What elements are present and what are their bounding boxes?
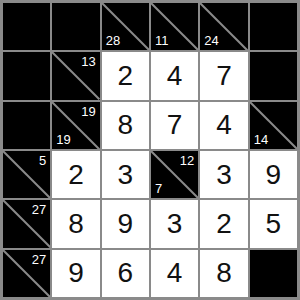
- across-clue: 27: [32, 203, 46, 216]
- clue-cell: 5: [3, 151, 50, 198]
- entry-cell[interactable]: 8: [102, 102, 149, 149]
- block-cell: [52, 3, 99, 50]
- entry-cell[interactable]: 3: [102, 151, 149, 198]
- block-cell: [250, 250, 297, 297]
- entry-cell[interactable]: 3: [151, 200, 198, 247]
- entry-cell[interactable]: 8: [52, 200, 99, 247]
- clue-cell: 127: [151, 151, 198, 198]
- entry-digit: 2: [118, 62, 134, 90]
- entry-digit: 3: [118, 161, 134, 189]
- down-clue: 24: [204, 34, 218, 47]
- block-cell: [3, 3, 50, 50]
- entry-cell[interactable]: 7: [200, 52, 247, 99]
- entry-digit: 8: [118, 111, 134, 139]
- down-clue: 7: [155, 182, 162, 195]
- down-clue: 19: [56, 133, 70, 146]
- entry-digit: 3: [216, 161, 232, 189]
- across-clue: 13: [81, 55, 95, 68]
- entry-cell[interactable]: 9: [52, 250, 99, 297]
- clue-cell: 27: [3, 200, 50, 247]
- entry-cell[interactable]: 6: [102, 250, 149, 297]
- entry-digit: 9: [118, 210, 134, 238]
- block-cell: [3, 102, 50, 149]
- entry-cell[interactable]: 8: [200, 250, 247, 297]
- entry-digit: 3: [167, 210, 183, 238]
- entry-cell[interactable]: 2: [52, 151, 99, 198]
- block-cell: [250, 52, 297, 99]
- block-cell: [3, 52, 50, 99]
- entry-cell[interactable]: 2: [200, 200, 247, 247]
- entry-digit: 8: [68, 210, 84, 238]
- entry-digit: 9: [68, 259, 84, 287]
- entry-cell[interactable]: 5: [250, 200, 297, 247]
- entry-cell[interactable]: 9: [250, 151, 297, 198]
- down-clue: 14: [254, 133, 268, 146]
- entry-cell[interactable]: 9: [102, 200, 149, 247]
- clue-cell: 13: [52, 52, 99, 99]
- entry-cell[interactable]: 4: [151, 250, 198, 297]
- entry-digit: 7: [216, 62, 232, 90]
- entry-digit: 5: [266, 210, 282, 238]
- entry-digit: 7: [167, 111, 183, 139]
- entry-digit: 2: [68, 161, 84, 189]
- down-clue: 28: [106, 34, 120, 47]
- entry-digit: 4: [167, 259, 183, 287]
- clue-cell: 27: [3, 250, 50, 297]
- entry-cell[interactable]: 4: [151, 52, 198, 99]
- entry-digit: 8: [216, 259, 232, 287]
- block-cell: [250, 3, 297, 50]
- clue-cell: 1919: [52, 102, 99, 149]
- entry-cell[interactable]: 7: [151, 102, 198, 149]
- entry-digit: 4: [216, 111, 232, 139]
- clue-cell: 24: [200, 3, 247, 50]
- entry-digit: 6: [118, 259, 134, 287]
- across-clue: 12: [180, 154, 194, 167]
- entry-digit: 2: [216, 210, 232, 238]
- entry-cell[interactable]: 3: [200, 151, 247, 198]
- across-clue: 19: [81, 105, 95, 118]
- entry-digit: 4: [167, 62, 183, 90]
- kakuro-board: 2811241324719198741452312739278932527964…: [0, 0, 300, 300]
- clue-cell: 11: [151, 3, 198, 50]
- clue-cell: 14: [250, 102, 297, 149]
- across-clue: 5: [39, 154, 46, 167]
- across-clue: 27: [32, 253, 46, 266]
- entry-cell[interactable]: 2: [102, 52, 149, 99]
- down-clue: 11: [155, 34, 169, 47]
- clue-cell: 28: [102, 3, 149, 50]
- entry-cell[interactable]: 4: [200, 102, 247, 149]
- entry-digit: 9: [266, 161, 282, 189]
